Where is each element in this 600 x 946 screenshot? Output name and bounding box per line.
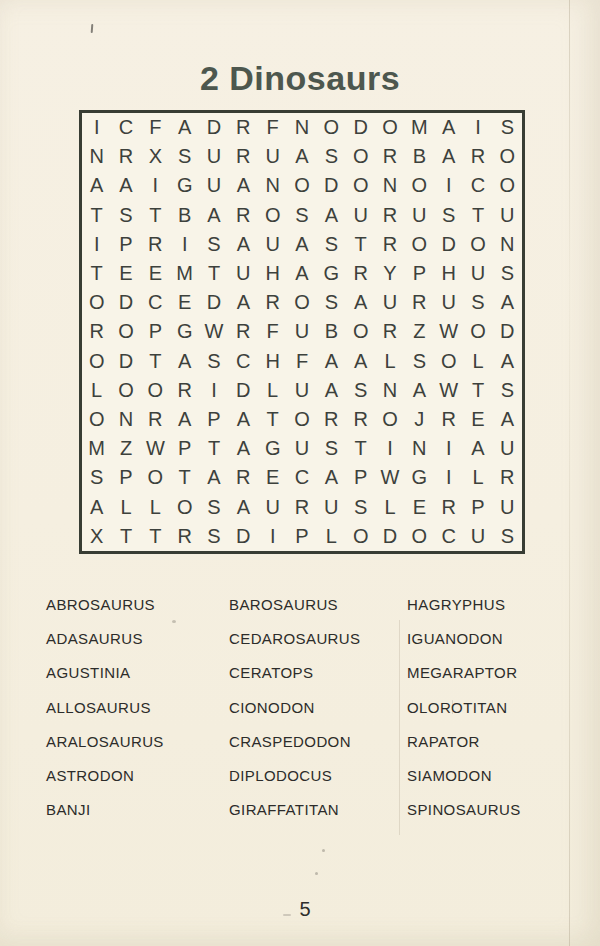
grid-cell: S [111,201,140,230]
grid-cell: S [493,259,522,288]
grid-cell: O [463,317,492,346]
grid-cell: O [82,405,111,434]
grid-cell: P [111,230,140,259]
grid-cell: O [346,171,375,200]
grid-cell: R [434,405,463,434]
grid-cell: D [493,317,522,346]
grid-cell: L [82,376,111,405]
grid-cell: A [170,405,199,434]
grid-cell: E [111,259,140,288]
word-list-item: BAROSAURUS [229,587,361,621]
grid-cell: U [287,434,316,463]
grid-cell: O [405,522,434,551]
grid-cell: S [493,113,522,142]
grid-cell: L [463,347,492,376]
grid-cell: R [229,463,258,492]
grid-cell: O [405,230,434,259]
word-list-item: CIONODON [229,690,361,724]
grid-cell: A [317,376,346,405]
grid-cell: T [199,259,228,288]
grid-cell: O [317,113,346,142]
grid-cell: A [317,347,346,376]
grid-cell: I [82,230,111,259]
grid-cell: S [199,230,228,259]
grid-cell: L [375,347,404,376]
word-list-item: ABROSAURUS [46,587,164,621]
grid-cell: A [317,201,346,230]
grid-cell: I [375,434,404,463]
grid-cell: W [434,317,463,346]
word-list-item: BANJI [46,793,164,827]
grid-cell: C [111,113,140,142]
grid-cell: A [493,347,522,376]
grid-cell: U [258,142,287,171]
word-list-item: CERATOPS [229,656,361,690]
grid-cell: S [405,347,434,376]
grid-cell: T [258,405,287,434]
page-number: 5 [0,898,600,921]
grid-cell: S [82,463,111,492]
grid-cell: G [170,317,199,346]
word-list-item: MEGARAPTOR [407,656,521,690]
grid-cell: U [346,201,375,230]
grid-cell: D [317,171,346,200]
grid-cell: I [82,113,111,142]
grid-cell: A [199,463,228,492]
grid-cell: A [287,142,316,171]
grid-cell: E [463,405,492,434]
grid-cell: S [493,376,522,405]
grid-cell: N [287,113,316,142]
grid-cell: O [287,288,316,317]
grid-cell: P [405,259,434,288]
grid-cell: S [346,493,375,522]
grid-cell: A [111,171,140,200]
grid-cell: D [199,113,228,142]
word-list-item: RAPATOR [407,724,521,758]
grid-cell: O [463,230,492,259]
grid-cell: F [258,317,287,346]
grid-cell: Z [111,434,140,463]
grid-cell: S [317,230,346,259]
grid-cell: D [199,288,228,317]
grid-cell: T [463,201,492,230]
grid-cell: E [258,463,287,492]
grid-cell: L [317,522,346,551]
grid-cell: U [405,201,434,230]
grid-cell: R [82,317,111,346]
grid-cell: S [463,288,492,317]
grid-cell: A [434,113,463,142]
grid-cell: Z [405,317,434,346]
word-list-item: SPINOSAURUS [407,793,521,827]
grid-cell: I [434,171,463,200]
grid-cell: T [199,434,228,463]
grid-cell: I [141,171,170,200]
grid-cell: A [229,493,258,522]
grid-cell: S [199,493,228,522]
grid-cell: U [287,376,316,405]
grid-cell: W [199,317,228,346]
word-list-item: ASTRODON [46,758,164,792]
grid-cell: R [287,493,316,522]
grid-cell: S [199,522,228,551]
grid-cell: O [141,376,170,405]
grid-cell: N [405,434,434,463]
word-list-item: DIPLODOCUS [229,758,361,792]
grid-cell: T [141,347,170,376]
grid-cell: O [111,376,140,405]
grid-cell: T [141,522,170,551]
grid-cell: F [287,347,316,376]
grid-cell: I [170,230,199,259]
word-list-item: GIRAFFATITAN [229,793,361,827]
grid-cell: R [111,142,140,171]
grid-cell: G [258,434,287,463]
grid-cell: U [287,317,316,346]
grid-cell: S [317,434,346,463]
grid-cell: C [434,522,463,551]
grid-cell: C [229,347,258,376]
grid-cell: P [199,405,228,434]
grid-cell: O [493,171,522,200]
grid-cell: W [375,463,404,492]
grid-cell: U [493,493,522,522]
grid-cell: S [170,142,199,171]
grid-cell: A [493,288,522,317]
grid-cell: A [170,347,199,376]
grid-cell: G [405,463,434,492]
grid-cell: T [463,376,492,405]
grid-cell: G [170,171,199,200]
grid-cell: R [141,230,170,259]
grid-cell: L [258,376,287,405]
puzzle-book-page: 2 Dinosaurs ICFADRFNODOMAISNRXSURUASORBA… [0,0,600,946]
grid-cell: O [141,463,170,492]
grid-cell: R [375,230,404,259]
grid-cell: B [405,142,434,171]
grid-cell: R [463,142,492,171]
grid-cell: W [434,376,463,405]
grid-cell: D [434,230,463,259]
grid-cell: P [111,463,140,492]
grid-cell: P [287,522,316,551]
grid-cell: S [317,142,346,171]
grid-cell: A [463,434,492,463]
scan-speck [172,620,176,623]
grid-cell: N [111,405,140,434]
grid-cell: U [375,288,404,317]
grid-cell: O [82,347,111,376]
grid-cell: O [375,113,404,142]
grid-cell: O [287,405,316,434]
grid-cell: T [82,259,111,288]
grid-cell: L [375,493,404,522]
grid-cell: N [493,230,522,259]
grid-cell: A [229,230,258,259]
word-list-item: ARALOSAURUS [46,724,164,758]
grid-cell: R [317,405,346,434]
grid-cell: X [141,142,170,171]
grid-cell: O [346,317,375,346]
word-column-1: ABROSAURUSADASAURUSAGUSTINIAALLOSAURUSAR… [46,587,164,827]
grid-cell: M [170,259,199,288]
grid-cell: A [82,171,111,200]
grid-cell: N [375,171,404,200]
grid-cell: B [317,317,346,346]
grid-cell: E [405,493,434,522]
grid-cell: H [258,347,287,376]
grid-cell: R [229,201,258,230]
grid-cell: C [287,463,316,492]
grid-cell: E [170,288,199,317]
grid-cell: S [434,201,463,230]
grid-cell: P [346,463,375,492]
grid-cell: U [463,522,492,551]
scan-speck [315,872,318,875]
grid-cell: I [199,376,228,405]
grid-cell: C [141,288,170,317]
word-list-item: CRASPEDODON [229,724,361,758]
grid-cell: A [346,288,375,317]
grid-cell: R [229,142,258,171]
grid-cell: X [82,522,111,551]
grid-cell: N [375,376,404,405]
grid-cell: A [229,288,258,317]
word-list-item: CEDAROSAURUS [229,621,361,655]
grid-cell: O [375,405,404,434]
grid-cell: T [82,201,111,230]
grid-cell: I [434,434,463,463]
grid-cell: H [258,259,287,288]
grid-cell: S [493,522,522,551]
wordsearch-grid: ICFADRFNODOMAISNRXSURUASORBAROAAIGUANODO… [79,110,525,554]
grid-cell: F [258,113,287,142]
grid-cell: D [111,347,140,376]
grid-cell: T [346,230,375,259]
grid-cell: A [405,376,434,405]
grid-cell: A [229,405,258,434]
grid-cell: R [346,259,375,288]
scan-tick-mark [91,24,94,33]
grid-cell: I [463,113,492,142]
page-crease-small [399,620,400,835]
grid-cell: W [141,434,170,463]
grid-cell: O [111,317,140,346]
word-list-item: HAGRYPHUS [407,587,521,621]
grid-cell: P [141,317,170,346]
word-column-2: BAROSAURUSCEDAROSAURUSCERATOPSCIONODONCR… [229,587,361,827]
grid-cell: U [229,259,258,288]
grid-cell: L [111,493,140,522]
grid-cell: R [229,113,258,142]
grid-cell: R [375,142,404,171]
grid-cell: J [405,405,434,434]
word-column-3: HAGRYPHUSIGUANODONMEGARAPTOROLOROTITANRA… [407,587,521,827]
grid-cell: A [170,113,199,142]
grid-cell: D [229,522,258,551]
grid-cell: P [463,493,492,522]
grid-cell: G [317,259,346,288]
grid-cell: I [434,463,463,492]
grid-cell: O [287,171,316,200]
grid-cell: S [346,376,375,405]
grid-cell: S [199,347,228,376]
grid-cell: T [141,201,170,230]
grid-cell: A [82,493,111,522]
grid-cell: U [258,493,287,522]
grid-cell: O [82,288,111,317]
grid-cell: P [170,434,199,463]
grid-cell: L [141,493,170,522]
word-list-item: ALLOSAURUS [46,690,164,724]
grid-cell: R [170,376,199,405]
grid-cell: E [141,259,170,288]
word-list-item: AGUSTINIA [46,656,164,690]
grid-cell: M [82,434,111,463]
grid-cell: S [287,201,316,230]
grid-cell: U [493,201,522,230]
grid-cell: U [317,493,346,522]
grid-cell: R [493,463,522,492]
grid-cell: T [346,434,375,463]
grid-cell: F [141,113,170,142]
grid-cell: O [258,201,287,230]
page-crease [569,0,570,946]
grid-cell: D [346,113,375,142]
grid-cell: A [199,201,228,230]
grid-cell: A [229,171,258,200]
grid-cell: B [170,201,199,230]
scan-speck [322,849,325,852]
grid-cell: O [434,347,463,376]
grid-cell: A [229,434,258,463]
grid-cell: A [287,259,316,288]
grid-cell: R [229,317,258,346]
grid-cell: D [375,522,404,551]
grid-cell: U [493,434,522,463]
grid-cell: R [434,493,463,522]
grid-cell: A [346,347,375,376]
grid-cell: O [405,171,434,200]
word-list-item: OLOROTITAN [407,690,521,724]
grid-cell: Y [375,259,404,288]
grid-cell: C [463,171,492,200]
word-list-item: ADASAURUS [46,621,164,655]
grid-cell: A [493,405,522,434]
grid-cell: R [258,288,287,317]
grid-cell: A [317,463,346,492]
grid-cell: N [258,171,287,200]
grid-cell: M [405,113,434,142]
grid-cell: A [434,142,463,171]
grid-cell: R [141,405,170,434]
grid-cell: R [375,317,404,346]
grid-cell: O [493,142,522,171]
grid-cell: O [170,493,199,522]
grid-cell: S [317,288,346,317]
grid-cell: O [346,142,375,171]
grid-cell: D [111,288,140,317]
grid-cell: D [229,376,258,405]
grid-cell: I [258,522,287,551]
grid-cell: L [463,463,492,492]
grid-cell: U [434,288,463,317]
grid-cell: T [170,463,199,492]
grid-cell: U [463,259,492,288]
word-list-item: IGUANODON [407,621,521,655]
grid-cell: U [199,142,228,171]
grid-cell: A [287,230,316,259]
grid-cell: R [405,288,434,317]
grid-cell: R [375,201,404,230]
word-list-item: SIAMODON [407,758,521,792]
grid-cell: T [111,522,140,551]
grid-cell: N [82,142,111,171]
grid-cell: H [434,259,463,288]
grid-cell: R [346,405,375,434]
grid-cell: R [170,522,199,551]
grid-cell: O [346,522,375,551]
page-title: 2 Dinosaurs [0,59,600,98]
grid-cell: U [199,171,228,200]
grid-cell: U [258,230,287,259]
